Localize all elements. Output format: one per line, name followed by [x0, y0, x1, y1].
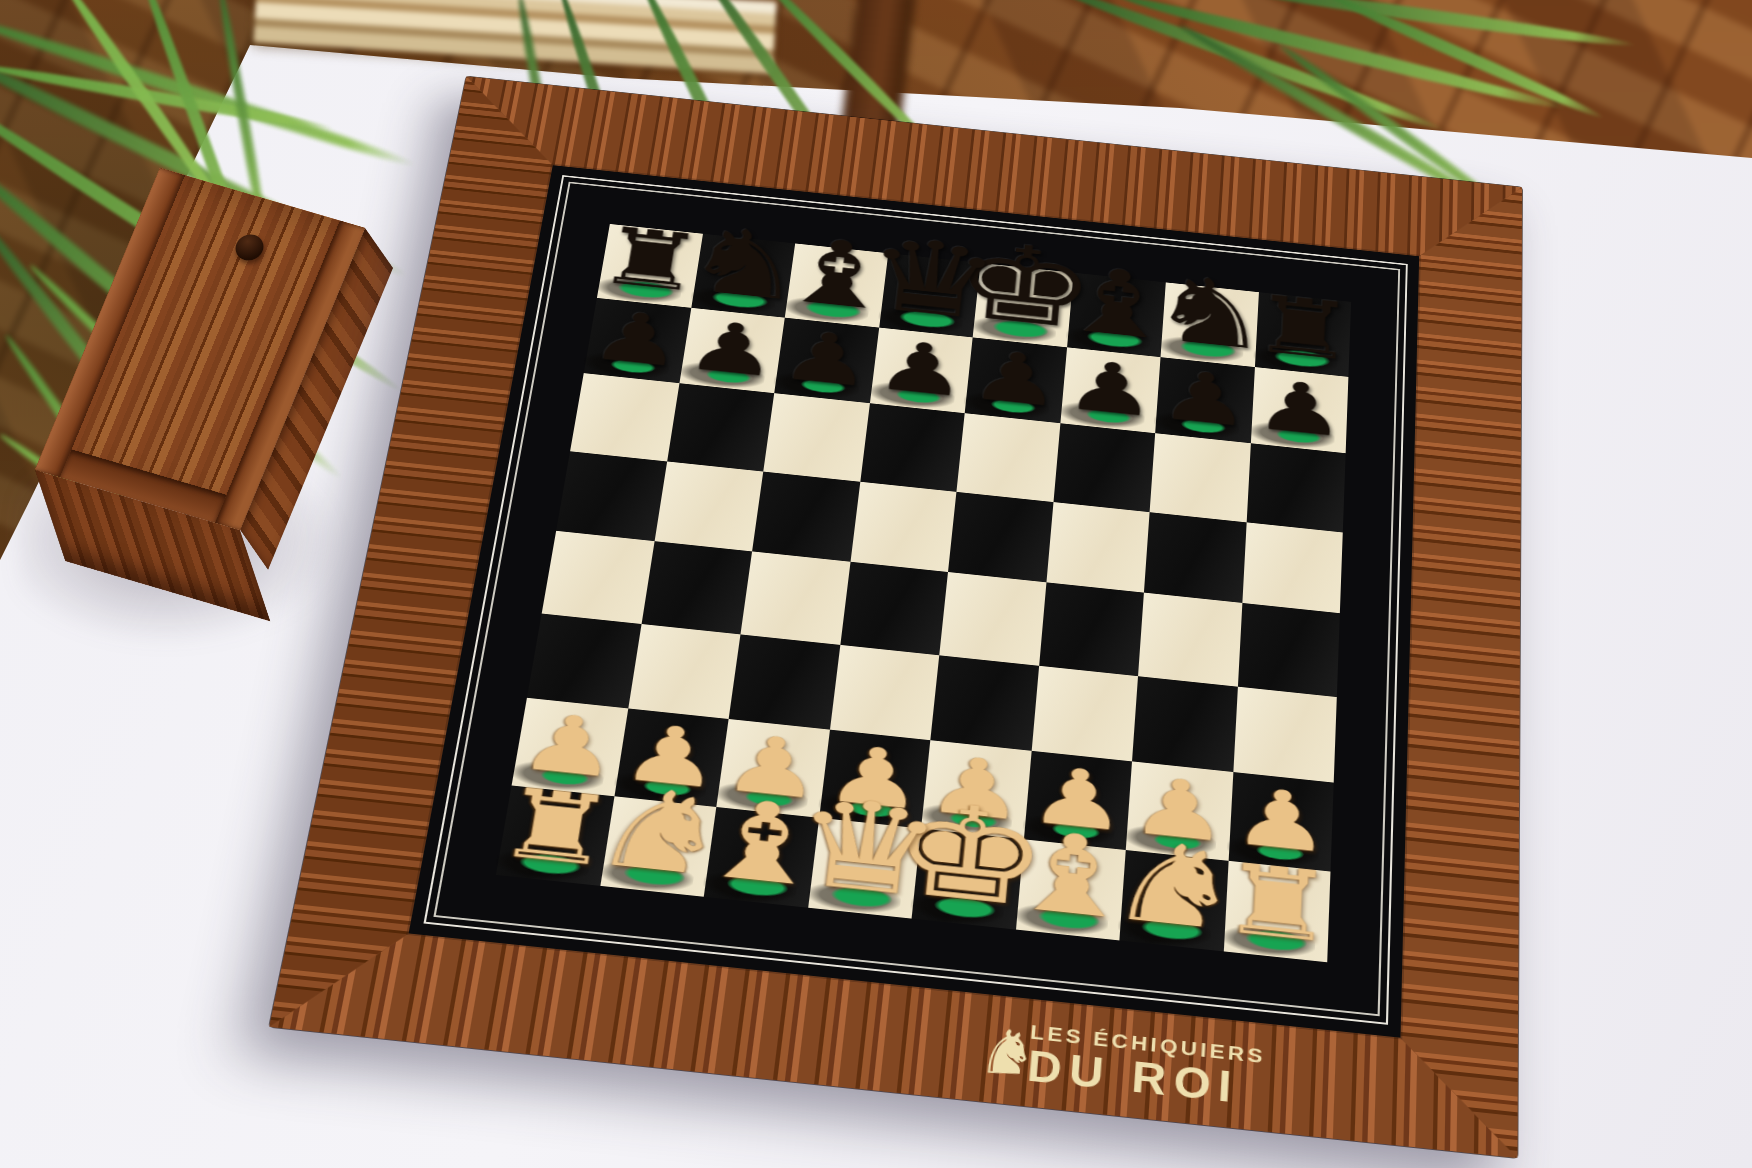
felt-pad	[642, 777, 692, 797]
piece-white-pawn[interactable]: ♟	[1128, 767, 1231, 853]
felt-pad	[934, 895, 997, 921]
square-d1[interactable]: ♛	[808, 817, 921, 918]
piece-shadow	[1118, 911, 1212, 949]
tablecloth: ♜♞♝♛♚♝♞♜♟♟♟♟♟♟♟♟♟♟♟♟♟♟♟♟♜♞♝♛♚♝♞♜ ♞ LES É…	[0, 0, 1752, 1168]
square-h7[interactable]: ♟	[1250, 367, 1348, 454]
felt-pad	[1153, 831, 1202, 851]
piece-shadow	[1226, 832, 1318, 869]
piece-white-pawn[interactable]: ♟	[617, 714, 726, 799]
piece-black-pawn[interactable]: ♟	[1157, 362, 1252, 437]
square-b1[interactable]: ♞	[600, 796, 717, 897]
felt-pad	[847, 799, 896, 819]
square-h2[interactable]: ♟	[1228, 772, 1334, 871]
square-f4[interactable]	[1039, 582, 1144, 675]
piece-white-pawn[interactable]: ♟	[515, 704, 625, 789]
square-e5[interactable]	[948, 491, 1053, 582]
piece-black-pawn[interactable]: ♟	[1062, 352, 1158, 427]
piece-shadow	[1221, 922, 1315, 960]
square-f5[interactable]	[1046, 502, 1150, 593]
square-e3[interactable]	[930, 655, 1038, 751]
square-d3[interactable]	[829, 644, 939, 740]
chess-board: ♜♞♝♛♚♝♞♜♟♟♟♟♟♟♟♟♟♟♟♟♟♟♟♟♜♞♝♛♚♝♞♜ ♞ LES É…	[373, 0, 1523, 1147]
piece-white-bishop[interactable]: ♝	[1001, 817, 1142, 934]
square-d2[interactable]: ♟	[819, 730, 931, 828]
piece-black-pawn[interactable]: ♟	[872, 332, 971, 406]
felt-pad	[540, 766, 590, 786]
board-squares: ♜♞♝♛♚♝♞♜♟♟♟♟♟♟♟♟♟♟♟♟♟♟♟♟♜♞♝♛♚♝♞♜	[496, 224, 1351, 962]
piece-shadow	[494, 846, 591, 883]
box-rail	[35, 168, 185, 477]
square-e7[interactable]: ♟	[965, 337, 1067, 423]
felt-pad	[830, 884, 893, 910]
square-c4[interactable]	[741, 551, 851, 644]
square-c5[interactable]	[752, 471, 860, 562]
square-f1[interactable]: ♝	[1015, 839, 1125, 941]
piece-shadow	[702, 868, 798, 906]
piece-black-pawn[interactable]: ♟	[1252, 372, 1346, 447]
piece-white-pawn[interactable]: ♟	[821, 736, 928, 821]
square-f8[interactable]: ♝	[1067, 273, 1166, 357]
square-h3[interactable]	[1233, 686, 1337, 782]
piece-white-pawn[interactable]: ♟	[1026, 757, 1130, 842]
piece-black-pawn[interactable]: ♟	[967, 342, 1065, 417]
square-h5[interactable]	[1242, 522, 1343, 613]
piece-shadow	[806, 879, 902, 917]
felt-pad	[622, 862, 686, 888]
square-f7[interactable]: ♟	[1060, 347, 1161, 433]
square-b7[interactable]: ♟	[679, 307, 785, 393]
square-g7[interactable]: ♟	[1155, 357, 1254, 443]
square-c3[interactable]	[729, 634, 840, 730]
piece-black-bishop[interactable]: ♝	[1053, 255, 1180, 352]
square-a7[interactable]: ♟	[584, 298, 691, 384]
piece-shadow	[715, 779, 810, 816]
square-f6[interactable]	[1053, 423, 1155, 512]
square-h8[interactable]: ♜	[1254, 292, 1351, 376]
square-g3[interactable]	[1132, 676, 1237, 772]
piece-black-pawn[interactable]: ♟	[777, 322, 877, 396]
square-b5[interactable]	[654, 461, 763, 551]
piece-shadow	[817, 789, 911, 826]
square-b6[interactable]	[667, 383, 774, 471]
felt-pad	[745, 788, 795, 808]
piece-shadow	[1014, 900, 1109, 938]
piece-white-knight[interactable]: ♞	[1104, 827, 1245, 946]
piece-shadow	[598, 857, 695, 894]
felt-pad	[1256, 841, 1304, 861]
square-g5[interactable]	[1144, 512, 1246, 603]
piece-white-rook[interactable]: ♜	[1217, 853, 1337, 956]
square-e6[interactable]	[956, 413, 1059, 501]
piece-black-pawn[interactable]: ♟	[587, 303, 689, 377]
square-d8[interactable]: ♛	[879, 253, 981, 337]
square-a5[interactable]	[556, 451, 667, 541]
square-a6[interactable]	[570, 373, 679, 461]
square-g6[interactable]	[1150, 433, 1251, 522]
piece-white-queen[interactable]: ♛	[785, 782, 948, 913]
square-a2[interactable]: ♟	[512, 698, 628, 796]
piece-white-king[interactable]: ♚	[885, 787, 1054, 925]
piece-white-pawn[interactable]: ♟	[1230, 778, 1331, 864]
square-f3[interactable]	[1031, 665, 1138, 761]
square-d5[interactable]	[850, 481, 956, 572]
square-h6[interactable]	[1246, 443, 1345, 532]
felt-pad	[1051, 820, 1100, 840]
square-a3[interactable]	[527, 613, 641, 708]
piece-white-pawn[interactable]: ♟	[924, 746, 1029, 831]
piece-shadow	[1022, 811, 1115, 848]
square-c2[interactable]: ♟	[716, 719, 829, 817]
piece-black-pawn[interactable]: ♟	[682, 313, 783, 387]
piece-shadow	[910, 890, 1005, 928]
box-knob	[231, 231, 267, 264]
felt-pad	[949, 809, 998, 829]
square-e1[interactable]: ♚	[912, 828, 1024, 929]
piece-shadow	[510, 757, 606, 793]
square-h1[interactable]: ♜	[1223, 860, 1330, 962]
felt-pad	[1141, 917, 1203, 943]
square-b2[interactable]: ♟	[614, 708, 729, 806]
square-c7[interactable]: ♟	[774, 317, 879, 403]
piece-white-rook[interactable]: ♜	[491, 777, 622, 879]
square-c6[interactable]	[763, 393, 869, 481]
square-a1[interactable]: ♜	[496, 785, 614, 886]
square-g4[interactable]	[1138, 593, 1242, 687]
piece-white-knight[interactable]: ♞	[585, 773, 735, 891]
square-e2[interactable]: ♟	[921, 740, 1031, 839]
square-f2[interactable]: ♟	[1023, 751, 1132, 850]
square-c1[interactable]: ♝	[704, 807, 819, 908]
square-g2[interactable]: ♟	[1126, 761, 1233, 860]
piece-shadow	[612, 768, 707, 804]
piece-white-pawn[interactable]: ♟	[719, 725, 827, 810]
square-d6[interactable]	[860, 403, 965, 491]
felt-pad	[518, 851, 582, 877]
piece-black-queen[interactable]: ♛	[858, 224, 1004, 333]
square-d7[interactable]: ♟	[869, 327, 972, 413]
piece-shadow	[1124, 821, 1217, 858]
piece-white-bishop[interactable]: ♝	[690, 785, 836, 902]
piece-shadow	[919, 800, 1013, 837]
felt-pad	[726, 873, 790, 899]
felt-pad	[1037, 906, 1100, 932]
felt-pad	[1245, 927, 1307, 953]
square-b3[interactable]	[628, 624, 741, 719]
square-g1[interactable]: ♞	[1119, 850, 1228, 952]
